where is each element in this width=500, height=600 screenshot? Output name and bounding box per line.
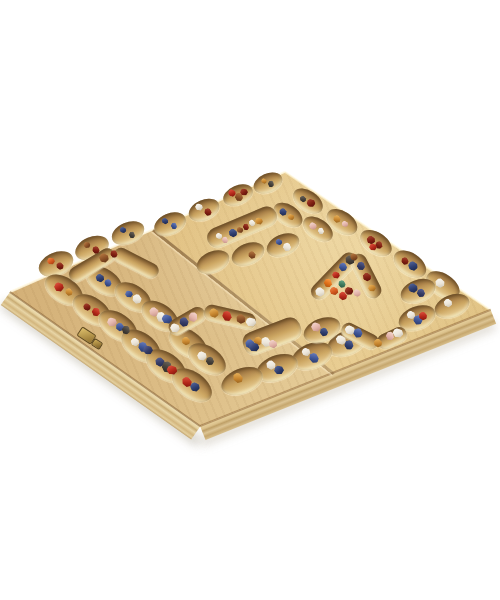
pit-below-north-store xyxy=(228,238,268,271)
pit-below-north-store xyxy=(193,246,233,279)
pit-nw-edge-right xyxy=(151,208,190,240)
pit-below-north-store xyxy=(263,229,303,262)
gemstone-rose xyxy=(352,288,362,298)
product-photo-scene xyxy=(0,0,500,600)
pit-nw-edge-right xyxy=(185,195,222,226)
pits-layer xyxy=(0,0,500,600)
store-west-chevron xyxy=(111,245,161,281)
pit-nw-edge-right xyxy=(250,168,285,197)
pit-nw-edge-left xyxy=(108,217,148,250)
